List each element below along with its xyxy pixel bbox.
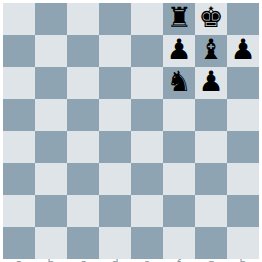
square-h4[interactable]: [227, 131, 259, 163]
square-g3[interactable]: [195, 163, 227, 195]
square-d7[interactable]: [99, 35, 131, 67]
file-label-f: f: [163, 257, 195, 262]
square-c7[interactable]: [67, 35, 99, 67]
piece-black-pawn-g6: ♟: [198, 67, 223, 98]
square-a1[interactable]: [3, 227, 35, 259]
square-c1[interactable]: [67, 227, 99, 259]
square-h8[interactable]: [227, 3, 259, 35]
file-label-c: c: [67, 257, 99, 262]
square-f5[interactable]: [163, 99, 195, 131]
square-e4[interactable]: [131, 131, 163, 163]
square-c6[interactable]: [67, 67, 99, 99]
piece-black-bishop-g7: ♝: [198, 35, 223, 66]
square-h6[interactable]: [227, 67, 259, 99]
square-h1[interactable]: [227, 227, 259, 259]
square-c2[interactable]: [67, 195, 99, 227]
square-a7[interactable]: [3, 35, 35, 67]
square-d5[interactable]: [99, 99, 131, 131]
file-label-d: d: [99, 257, 131, 262]
square-f1[interactable]: [163, 227, 195, 259]
square-g4[interactable]: [195, 131, 227, 163]
file-label-b: b: [35, 257, 67, 262]
square-f3[interactable]: [163, 163, 195, 195]
piece-black-pawn-f7: ♟: [166, 35, 191, 66]
square-g2[interactable]: [195, 195, 227, 227]
square-e2[interactable]: [131, 195, 163, 227]
square-e1[interactable]: [131, 227, 163, 259]
square-b2[interactable]: [35, 195, 67, 227]
square-h2[interactable]: [227, 195, 259, 227]
chess-board: ♜♚♟♝♟♞♟: [3, 3, 259, 259]
square-a5[interactable]: [3, 99, 35, 131]
square-d2[interactable]: [99, 195, 131, 227]
square-d8[interactable]: [99, 3, 131, 35]
square-a8[interactable]: [3, 3, 35, 35]
square-a6[interactable]: [3, 67, 35, 99]
square-g7[interactable]: ♝: [195, 35, 227, 67]
file-label-g: g: [195, 257, 227, 262]
square-f4[interactable]: [163, 131, 195, 163]
square-d3[interactable]: [99, 163, 131, 195]
square-c8[interactable]: [67, 3, 99, 35]
square-h5[interactable]: [227, 99, 259, 131]
square-c4[interactable]: [67, 131, 99, 163]
square-b1[interactable]: [35, 227, 67, 259]
square-f7[interactable]: ♟: [163, 35, 195, 67]
square-a2[interactable]: [3, 195, 35, 227]
square-h7[interactable]: ♟: [227, 35, 259, 67]
square-g8[interactable]: ♚: [195, 3, 227, 35]
file-labels: abcdefgh: [3, 257, 259, 262]
square-e6[interactable]: [131, 67, 163, 99]
square-e5[interactable]: [131, 99, 163, 131]
square-d6[interactable]: [99, 67, 131, 99]
file-label-a: a: [3, 257, 35, 262]
square-b3[interactable]: [35, 163, 67, 195]
square-b4[interactable]: [35, 131, 67, 163]
square-g6[interactable]: ♟: [195, 67, 227, 99]
square-f8[interactable]: ♜: [163, 3, 195, 35]
square-e7[interactable]: [131, 35, 163, 67]
square-b6[interactable]: [35, 67, 67, 99]
piece-black-king-g8: ♚: [198, 3, 223, 34]
square-e8[interactable]: [131, 3, 163, 35]
square-b5[interactable]: [35, 99, 67, 131]
piece-black-rook-f8: ♜: [166, 3, 191, 34]
square-b7[interactable]: [35, 35, 67, 67]
file-label-e: e: [131, 257, 163, 262]
square-e3[interactable]: [131, 163, 163, 195]
square-h3[interactable]: [227, 163, 259, 195]
square-c3[interactable]: [67, 163, 99, 195]
file-label-h: h: [227, 257, 259, 262]
square-a3[interactable]: [3, 163, 35, 195]
piece-black-knight-f6: ♞: [166, 67, 191, 98]
square-a4[interactable]: [3, 131, 35, 163]
square-c5[interactable]: [67, 99, 99, 131]
square-d1[interactable]: [99, 227, 131, 259]
square-f2[interactable]: [163, 195, 195, 227]
piece-black-pawn-h7: ♟: [230, 35, 255, 66]
chess-diagram: ♜♚♟♝♟♞♟ abcdefgh: [0, 0, 262, 262]
square-f6[interactable]: ♞: [163, 67, 195, 99]
square-b8[interactable]: [35, 3, 67, 35]
square-g5[interactable]: [195, 99, 227, 131]
square-g1[interactable]: [195, 227, 227, 259]
square-d4[interactable]: [99, 131, 131, 163]
